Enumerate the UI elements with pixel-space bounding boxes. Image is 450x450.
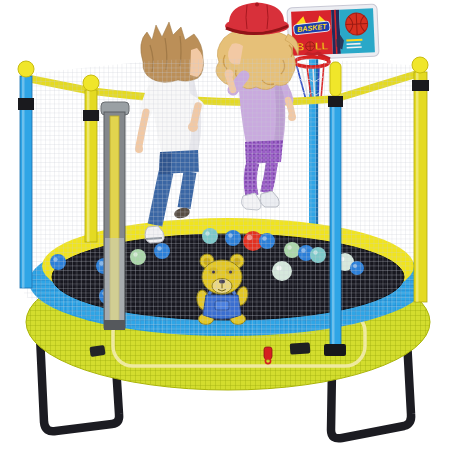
enclosure-pole-2 xyxy=(83,75,99,242)
pole-cap xyxy=(83,75,99,91)
pole-cap xyxy=(412,57,428,73)
enclosure-net xyxy=(24,58,424,338)
pole-strap xyxy=(18,98,34,110)
pole-strap xyxy=(328,96,343,107)
pole-cap xyxy=(330,62,341,96)
net-entrance-pad xyxy=(101,102,129,330)
pole-strap xyxy=(83,110,99,121)
trampoline-product-photo: BASKET B LL xyxy=(0,0,450,450)
skirt-strap-right xyxy=(290,342,311,354)
enclosure-pole-4 xyxy=(412,57,429,302)
enclosure-pole-1 xyxy=(18,61,34,288)
pole-strap xyxy=(412,80,429,91)
skirt-strap-left xyxy=(89,345,105,357)
backboard: BASKET B LL xyxy=(287,4,379,60)
backboard-brand-ll: LL xyxy=(315,39,329,52)
photo-canvas: BASKET B LL xyxy=(0,0,450,450)
pole-base-strap xyxy=(324,344,346,356)
pole-cap xyxy=(18,61,34,77)
